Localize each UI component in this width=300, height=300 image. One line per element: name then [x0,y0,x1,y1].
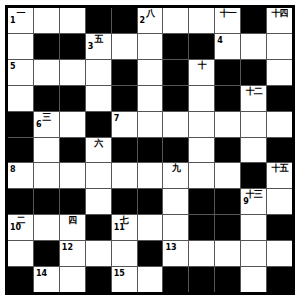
cell-r5c9[interactable] [215,112,240,137]
arabic-clue-number: 11 [114,224,125,232]
chinese-clue-number: 三 [34,112,59,122]
cell-r10c3[interactable]: 12 [60,241,85,266]
cell-r10c7[interactable]: 13 [163,241,188,266]
block-cell-r8c1 [8,189,33,214]
chinese-clue-number: 十一 [215,8,240,18]
block-cell-r9c11 [267,215,292,240]
arabic-clue-number: 1 [10,17,16,25]
chinese-clue-number: 二 [8,215,33,225]
block-cell-r8c5 [112,189,137,214]
cell-r5c11[interactable] [267,112,292,137]
block-cell-r3c5 [112,60,137,85]
block-cell-r8c3 [60,189,85,214]
block-cell-r4c5 [112,86,137,111]
chinese-clue-number: 十三 [241,189,266,199]
cell-r7c6[interactable] [138,163,163,188]
cell-r7c7[interactable]: 九 [163,163,188,188]
cell-r7c11[interactable]: 十五 [267,163,292,188]
block-cell-r7c10 [241,163,266,188]
block-cell-r6c1 [8,138,33,163]
block-cell-r5c1 [8,112,33,137]
cell-r11c10[interactable] [241,267,266,292]
cell-r11c3[interactable] [60,267,85,292]
cell-r5c10[interactable] [241,112,266,137]
arabic-clue-number: 14 [36,270,47,278]
block-cell-r3c7 [163,60,188,85]
block-cell-r3c9 [215,60,240,85]
arabic-clue-number: 15 [114,270,125,278]
block-cell-r2c7 [163,34,188,59]
cell-r10c8[interactable] [189,241,214,266]
chinese-clue-number: 五 [86,34,111,44]
cell-r1c1[interactable]: 一1 [8,8,33,33]
cell-r10c10[interactable] [241,241,266,266]
block-cell-r11c11 [267,267,292,292]
cell-r2c6[interactable] [138,34,163,59]
cell-r8c4[interactable] [86,189,111,214]
cell-r10c5[interactable] [112,241,137,266]
block-cell-r4c2 [34,86,59,111]
cell-r7c1[interactable]: 8 [8,163,33,188]
arabic-clue-number: 3 [88,43,94,51]
cell-r1c7[interactable] [163,8,188,33]
cell-r2c1[interactable] [8,34,33,59]
cell-r9c1[interactable]: 二10 [8,215,33,240]
block-cell-r6c7 [163,138,188,163]
cell-r3c11[interactable] [267,60,292,85]
cell-r8c7[interactable] [163,189,188,214]
block-cell-r10c2 [34,241,59,266]
cell-r11c2[interactable]: 14 [34,267,59,292]
cell-r2c11[interactable] [267,34,292,59]
cell-r4c4[interactable] [86,86,111,111]
cell-r3c2[interactable] [34,60,59,85]
block-cell-r8c2 [34,189,59,214]
block-cell-r2c2 [34,34,59,59]
cell-r9c6[interactable] [138,215,163,240]
block-cell-r4c9 [215,86,240,111]
arabic-clue-number: 9 [243,198,249,206]
block-cell-r9c4 [86,215,111,240]
chinese-clue-number: 十 [189,60,214,70]
chinese-clue-number: 一 [8,8,33,18]
chinese-clue-number: 八 [138,8,163,18]
cell-r9c5[interactable]: 七11 [112,215,137,240]
block-cell-r4c7 [163,86,188,111]
block-cell-r1c5 [112,8,137,33]
cell-r5c2[interactable]: 三6 [34,112,59,137]
cell-r10c11[interactable] [267,241,292,266]
cell-r2c4[interactable]: 五3 [86,34,111,59]
cell-r11c6[interactable] [138,267,163,292]
chinese-clue-number: 十五 [267,163,292,173]
cell-r10c1[interactable] [8,241,33,266]
cell-r3c3[interactable] [60,60,85,85]
block-cell-r11c8 [189,267,214,292]
block-cell-r6c9 [215,138,240,163]
block-cell-r11c9 [215,267,240,292]
block-cell-r6c3 [60,138,85,163]
cell-r5c5[interactable]: 7 [112,112,137,137]
cell-r4c8[interactable] [189,86,214,111]
cell-r3c8[interactable]: 十 [189,60,214,85]
cell-r8c10[interactable]: 十三9 [241,189,266,214]
block-cell-r6c6 [138,138,163,163]
cell-r1c3[interactable] [60,8,85,33]
cell-r7c2[interactable] [34,163,59,188]
cell-r9c2[interactable] [34,215,59,240]
cell-r7c4[interactable] [86,163,111,188]
cell-r10c9[interactable] [215,241,240,266]
cell-r5c8[interactable] [189,112,214,137]
cell-r2c5[interactable] [112,34,137,59]
cell-r6c8[interactable] [189,138,214,163]
block-cell-r11c7 [163,267,188,292]
cell-r3c4[interactable] [86,60,111,85]
block-cell-r5c4 [86,112,111,137]
arabic-clue-number: 5 [10,63,16,71]
cell-r3c6[interactable] [138,60,163,85]
block-cell-r4c3 [60,86,85,111]
arabic-clue-number: 6 [36,121,42,129]
block-cell-r8c9 [215,189,240,214]
crossword-grid: 一1八2十一十四五345十十二三67六8九十五十三9二10四七111213141… [5,5,295,295]
cell-r7c8[interactable] [189,163,214,188]
cell-r5c6[interactable] [138,112,163,137]
chinese-clue-number: 十四 [267,8,292,18]
block-cell-r1c4 [86,8,111,33]
cell-r4c10[interactable]: 十二 [241,86,266,111]
arabic-clue-number: 2 [140,17,146,25]
block-cell-r9c8 [189,215,214,240]
arabic-clue-number: 7 [114,115,120,123]
block-cell-r6c5 [112,138,137,163]
cell-r11c5[interactable]: 15 [112,267,137,292]
cell-r5c7[interactable] [163,112,188,137]
block-cell-r8c8 [189,189,214,214]
cell-r1c2[interactable] [34,8,59,33]
cell-r1c9[interactable]: 十一 [215,8,240,33]
cell-r7c9[interactable] [215,163,240,188]
cell-r2c9[interactable]: 4 [215,34,240,59]
cell-r7c5[interactable] [112,163,137,188]
block-cell-r3c10 [241,60,266,85]
cell-r3c1[interactable]: 5 [8,60,33,85]
chinese-clue-number: 十二 [241,86,266,96]
arabic-clue-number: 8 [10,166,16,174]
cell-r1c11[interactable]: 十四 [267,8,292,33]
cell-r2c10[interactable] [241,34,266,59]
cell-r8c11[interactable] [267,189,292,214]
arabic-clue-number: 4 [217,37,223,45]
block-cell-r8c6 [138,189,163,214]
arabic-clue-number: 12 [62,244,73,252]
chinese-clue-number: 四 [60,215,85,225]
block-cell-r6c11 [267,138,292,163]
cell-r10c4[interactable] [86,241,111,266]
block-cell-r2c3 [60,34,85,59]
cell-r6c10[interactable] [241,138,266,163]
cell-r5c3[interactable] [60,112,85,137]
cell-r9c3[interactable]: 四 [60,215,85,240]
block-cell-r9c9 [215,215,240,240]
block-cell-r11c1 [8,267,33,292]
block-cell-r2c8 [189,34,214,59]
cell-r9c7[interactable] [163,215,188,240]
cell-r6c2[interactable] [34,138,59,163]
chinese-clue-number: 六 [86,138,111,148]
block-cell-r1c10 [241,8,266,33]
cell-r1c6[interactable]: 八2 [138,8,163,33]
arabic-clue-number: 10 [10,224,21,232]
cell-r6c4[interactable]: 六 [86,138,111,163]
block-cell-r11c4 [86,267,111,292]
chinese-clue-number: 九 [163,163,188,173]
cell-r4c6[interactable] [138,86,163,111]
arabic-clue-number: 13 [165,244,176,252]
cell-r9c10[interactable] [241,215,266,240]
cell-r4c1[interactable] [8,86,33,111]
block-cell-r4c11 [267,86,292,111]
cell-r1c8[interactable] [189,8,214,33]
chinese-clue-number: 七 [112,215,137,225]
crossword-board: 一1八2十一十四五345十十二三67六8九十五十三9二10四七111213141… [5,5,295,295]
block-cell-r10c6 [138,241,163,266]
cell-r7c3[interactable] [60,163,85,188]
